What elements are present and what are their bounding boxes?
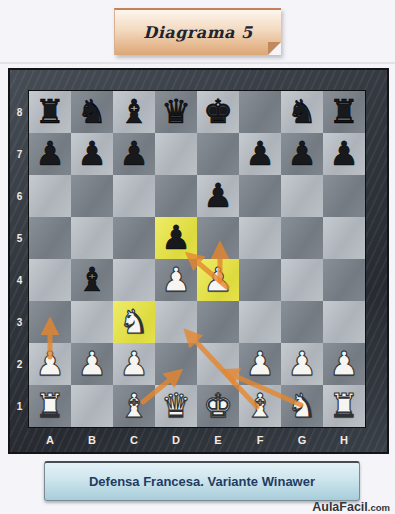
- brand-suffix: .com: [368, 502, 390, 513]
- square-b3[interactable]: [71, 301, 113, 343]
- square-g5[interactable]: [281, 217, 323, 259]
- square-h1[interactable]: ♜: [323, 385, 365, 427]
- black-pawn-e6[interactable]: ♟: [203, 175, 233, 217]
- square-h3[interactable]: [323, 301, 365, 343]
- square-f8[interactable]: [239, 91, 281, 133]
- black-queen-d8[interactable]: ♛: [161, 91, 191, 133]
- white-bishop-c1[interactable]: ♝: [119, 385, 149, 427]
- brand-name: AulaFacil: [312, 500, 368, 514]
- white-pawn-b2[interactable]: ♟: [77, 343, 107, 385]
- file-labels: ABCDEFGH: [29, 428, 365, 451]
- square-c7[interactable]: ♟: [113, 133, 155, 175]
- black-pawn-h7[interactable]: ♟: [329, 133, 359, 175]
- square-a2[interactable]: ♟: [29, 343, 71, 385]
- diagram-title: Diagrama 5: [143, 23, 252, 42]
- black-pawn-g7[interactable]: ♟: [287, 133, 317, 175]
- square-b6[interactable]: [71, 175, 113, 217]
- chess-board-frame: 87654321 ABCDEFGH ♜♞♝♛♚♞♜♟♟♟♟♟♟♟♟♝♟♟♞♟♟♟…: [8, 68, 389, 454]
- rank-label-5: 5: [12, 217, 27, 259]
- white-bishop-f1[interactable]: ♝: [245, 385, 275, 427]
- file-label-h: H: [323, 428, 365, 451]
- square-d6[interactable]: [155, 175, 197, 217]
- white-king-e1[interactable]: ♚: [203, 385, 233, 427]
- square-d8[interactable]: ♛: [155, 91, 197, 133]
- white-rook-h1[interactable]: ♜: [329, 385, 359, 427]
- square-h6[interactable]: [323, 175, 365, 217]
- rank-label-2: 2: [12, 343, 27, 385]
- rank-label-7: 7: [12, 133, 27, 175]
- square-f2[interactable]: ♟: [239, 343, 281, 385]
- square-c2[interactable]: ♟: [113, 343, 155, 385]
- caption-banner: Defensa Francesa. Variante Winawer: [44, 461, 360, 501]
- chess-board: ♜♞♝♛♚♞♜♟♟♟♟♟♟♟♟♝♟♟♞♟♟♟♟♟♟♜♝♛♚♝♞♜: [28, 90, 366, 428]
- square-g4[interactable]: [281, 259, 323, 301]
- square-d2[interactable]: [155, 343, 197, 385]
- square-a8[interactable]: ♜: [29, 91, 71, 133]
- square-b4[interactable]: ♝: [71, 259, 113, 301]
- file-label-b: B: [71, 428, 113, 451]
- black-bishop-c8[interactable]: ♝: [119, 91, 149, 133]
- white-pawn-g2[interactable]: ♟: [287, 343, 317, 385]
- black-rook-h8[interactable]: ♜: [329, 91, 359, 133]
- black-king-e8[interactable]: ♚: [203, 91, 233, 133]
- white-queen-d1[interactable]: ♛: [161, 385, 191, 427]
- square-c8[interactable]: ♝: [113, 91, 155, 133]
- white-pawn-c2[interactable]: ♟: [119, 343, 149, 385]
- title-ribbon: Diagrama 5: [114, 8, 281, 55]
- square-d7[interactable]: [155, 133, 197, 175]
- square-a4[interactable]: [29, 259, 71, 301]
- square-f1[interactable]: ♝: [239, 385, 281, 427]
- square-b7[interactable]: ♟: [71, 133, 113, 175]
- square-e1[interactable]: ♚: [197, 385, 239, 427]
- square-a6[interactable]: [29, 175, 71, 217]
- white-rook-a1[interactable]: ♜: [35, 385, 65, 427]
- square-c1[interactable]: ♝: [113, 385, 155, 427]
- black-pawn-d5[interactable]: ♟: [161, 217, 191, 259]
- rank-label-6: 6: [12, 175, 27, 217]
- square-e2[interactable]: [197, 343, 239, 385]
- square-c3[interactable]: ♞: [113, 301, 155, 343]
- site-logo: AulaFacil.com: [312, 497, 390, 514]
- square-e5[interactable]: [197, 217, 239, 259]
- black-bishop-b4[interactable]: ♝: [77, 259, 107, 301]
- square-b8[interactable]: ♞: [71, 91, 113, 133]
- black-pawn-b7[interactable]: ♟: [77, 133, 107, 175]
- file-label-e: E: [197, 428, 239, 451]
- rank-label-8: 8: [12, 91, 27, 133]
- white-pawn-a2[interactable]: ♟: [35, 343, 65, 385]
- divider-line: [0, 62, 395, 64]
- rank-labels: 87654321: [12, 91, 27, 427]
- white-knight-c3[interactable]: ♞: [119, 301, 149, 343]
- file-label-c: C: [113, 428, 155, 451]
- square-f3[interactable]: [239, 301, 281, 343]
- square-g2[interactable]: ♟: [281, 343, 323, 385]
- black-pawn-f7[interactable]: ♟: [245, 133, 275, 175]
- black-pawn-c7[interactable]: ♟: [119, 133, 149, 175]
- square-b5[interactable]: [71, 217, 113, 259]
- square-c4[interactable]: [113, 259, 155, 301]
- square-e4[interactable]: ♟: [197, 259, 239, 301]
- black-knight-b8[interactable]: ♞: [77, 91, 107, 133]
- white-pawn-f2[interactable]: ♟: [245, 343, 275, 385]
- square-a1[interactable]: ♜: [29, 385, 71, 427]
- square-f7[interactable]: ♟: [239, 133, 281, 175]
- square-f6[interactable]: [239, 175, 281, 217]
- square-h8[interactable]: ♜: [323, 91, 365, 133]
- square-h2[interactable]: ♟: [323, 343, 365, 385]
- rank-label-1: 1: [12, 385, 27, 427]
- square-e3[interactable]: [197, 301, 239, 343]
- square-c6[interactable]: [113, 175, 155, 217]
- black-knight-g8[interactable]: ♞: [287, 91, 317, 133]
- rank-label-3: 3: [12, 301, 27, 343]
- square-c5[interactable]: [113, 217, 155, 259]
- white-pawn-d4[interactable]: ♟: [161, 259, 191, 301]
- square-a3[interactable]: [29, 301, 71, 343]
- square-h7[interactable]: ♟: [323, 133, 365, 175]
- square-h5[interactable]: [323, 217, 365, 259]
- square-f5[interactable]: [239, 217, 281, 259]
- black-pawn-a7[interactable]: ♟: [35, 133, 65, 175]
- square-a7[interactable]: ♟: [29, 133, 71, 175]
- square-a5[interactable]: [29, 217, 71, 259]
- black-rook-a8[interactable]: ♜: [35, 91, 65, 133]
- square-b1[interactable]: [71, 385, 113, 427]
- white-pawn-e4[interactable]: ♟: [203, 259, 233, 301]
- opening-name: Defensa Francesa. Variante Winawer: [89, 474, 315, 489]
- square-d5[interactable]: ♟: [155, 217, 197, 259]
- square-h4[interactable]: [323, 259, 365, 301]
- file-label-g: G: [281, 428, 323, 451]
- file-label-d: D: [155, 428, 197, 451]
- square-g1[interactable]: ♞: [281, 385, 323, 427]
- square-g6[interactable]: [281, 175, 323, 217]
- square-d3[interactable]: [155, 301, 197, 343]
- square-f4[interactable]: [239, 259, 281, 301]
- square-d1[interactable]: ♛: [155, 385, 197, 427]
- rank-label-4: 4: [12, 259, 27, 301]
- square-d4[interactable]: ♟: [155, 259, 197, 301]
- square-e6[interactable]: ♟: [197, 175, 239, 217]
- file-label-a: A: [29, 428, 71, 451]
- square-g3[interactable]: [281, 301, 323, 343]
- square-b2[interactable]: ♟: [71, 343, 113, 385]
- square-g7[interactable]: ♟: [281, 133, 323, 175]
- white-knight-g1[interactable]: ♞: [287, 385, 317, 427]
- file-label-f: F: [239, 428, 281, 451]
- square-g8[interactable]: ♞: [281, 91, 323, 133]
- square-e7[interactable]: [197, 133, 239, 175]
- square-e8[interactable]: ♚: [197, 91, 239, 133]
- white-pawn-h2[interactable]: ♟: [329, 343, 359, 385]
